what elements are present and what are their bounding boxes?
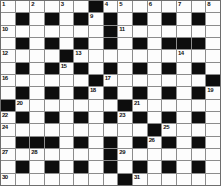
clue-number-18: 18	[90, 87, 96, 94]
black-cell-r9c1	[1, 100, 15, 111]
black-cell-r7c7	[89, 75, 103, 86]
clue-number-19: 19	[207, 87, 213, 94]
white-cell-r14c3[interactable]	[30, 161, 44, 172]
white-cell-r1c11[interactable]: 6	[148, 1, 162, 12]
white-cell-r9c6[interactable]	[74, 100, 88, 111]
black-cell-r4c6	[74, 38, 88, 49]
black-cell-r10c10	[133, 112, 147, 123]
white-cell-r11c13[interactable]	[177, 124, 191, 135]
white-cell-r15c4[interactable]	[45, 174, 59, 185]
white-cell-r5c6[interactable]: 13	[74, 50, 88, 61]
white-cell-r1c5[interactable]: 3	[60, 1, 74, 12]
white-cell-r4c7[interactable]	[89, 38, 103, 49]
white-cell-r8c5[interactable]	[60, 87, 74, 98]
black-cell-r4c14	[192, 38, 206, 49]
black-cell-r3c8	[104, 26, 118, 37]
white-cell-r7c4[interactable]	[45, 75, 59, 86]
white-cell-r7c10[interactable]	[133, 75, 147, 86]
black-cell-r12c4	[45, 137, 59, 148]
clue-number-21: 21	[134, 100, 140, 107]
white-cell-r13c10[interactable]	[133, 149, 147, 160]
black-cell-r12c14	[192, 137, 206, 148]
white-cell-r3c1[interactable]: 10	[1, 26, 15, 37]
white-cell-r3c6[interactable]	[74, 26, 88, 37]
white-cell-r7c13[interactable]	[177, 75, 191, 86]
white-cell-r2c5[interactable]	[60, 13, 74, 24]
white-cell-r14c15[interactable]	[206, 161, 220, 172]
white-cell-r9c4[interactable]	[45, 100, 59, 111]
black-cell-r6c14	[192, 63, 206, 74]
white-cell-r5c14[interactable]	[192, 50, 206, 61]
clue-number-6: 6	[149, 1, 152, 8]
clue-number-5: 5	[119, 1, 122, 8]
white-cell-r2c15[interactable]	[206, 13, 220, 24]
clue-number-14: 14	[178, 50, 184, 57]
white-cell-r8c13[interactable]	[177, 87, 191, 98]
black-cell-r8c8	[104, 87, 118, 98]
black-cell-r12c8	[104, 137, 118, 148]
white-cell-r2c3[interactable]	[30, 13, 44, 24]
white-cell-r13c6[interactable]	[74, 149, 88, 160]
white-cell-r7c5[interactable]	[60, 75, 74, 86]
black-cell-r4c13	[177, 38, 191, 49]
white-cell-r6c7[interactable]	[89, 63, 103, 74]
white-cell-r10c15[interactable]	[206, 112, 220, 123]
black-cell-r6c12	[162, 63, 176, 74]
black-cell-r14c8	[104, 161, 118, 172]
black-cell-r13c8	[104, 149, 118, 160]
white-cell-r13c5[interactable]	[60, 149, 74, 160]
white-cell-r1c15[interactable]: 8	[206, 1, 220, 12]
clue-number-23: 23	[119, 112, 125, 119]
white-cell-r3c14[interactable]	[192, 26, 206, 37]
white-cell-r7c9[interactable]	[118, 75, 132, 86]
white-cell-r2c9[interactable]	[118, 13, 132, 24]
black-cell-r2c12	[162, 13, 176, 24]
black-cell-r6c6	[74, 63, 88, 74]
white-cell-r11c10[interactable]	[133, 124, 147, 135]
black-cell-r12c3	[30, 137, 44, 148]
white-cell-r1c9[interactable]: 5	[118, 1, 132, 12]
black-cell-r10c12	[162, 112, 176, 123]
black-cell-r8c6	[74, 87, 88, 98]
white-cell-r8c9[interactable]	[118, 87, 132, 98]
white-cell-r12c13[interactable]	[177, 137, 191, 148]
white-cell-r12c9[interactable]	[118, 137, 132, 148]
black-cell-r4c8	[104, 38, 118, 49]
clue-number-29: 29	[119, 149, 125, 156]
clue-number-8: 8	[207, 1, 210, 8]
white-cell-r11c12[interactable]: 25	[162, 124, 176, 135]
white-cell-r6c9[interactable]	[118, 63, 132, 74]
white-cell-r9c15[interactable]	[206, 100, 220, 111]
white-cell-r9c5[interactable]	[60, 100, 74, 111]
white-cell-r13c2[interactable]	[16, 149, 30, 160]
crossword-page: 1234567891011121314151617181920212223242…	[0, 0, 221, 186]
white-cell-r5c11[interactable]	[148, 50, 162, 61]
white-cell-r12c5[interactable]	[60, 137, 74, 148]
clue-number-10: 10	[2, 26, 8, 33]
clue-number-13: 13	[75, 50, 81, 57]
white-cell-r5c8[interactable]	[104, 50, 118, 61]
black-cell-r6c2	[16, 63, 30, 74]
clue-number-22: 22	[2, 112, 8, 119]
white-cell-r15c6[interactable]	[74, 174, 88, 185]
white-cell-r12c1[interactable]	[1, 137, 15, 148]
white-cell-r11c5[interactable]	[60, 124, 74, 135]
black-cell-r12c12	[162, 137, 176, 148]
black-cell-r1c7	[89, 1, 103, 12]
white-cell-r15c11[interactable]	[148, 174, 162, 185]
white-cell-r14c5[interactable]	[60, 161, 74, 172]
white-cell-r6c3[interactable]	[30, 63, 44, 74]
white-cell-r7c8[interactable]: 17	[104, 75, 118, 86]
white-cell-r11c15[interactable]	[206, 124, 220, 135]
black-cell-r8c14	[192, 87, 206, 98]
white-cell-r3c4[interactable]	[45, 26, 59, 37]
black-cell-r6c10	[133, 63, 147, 74]
white-cell-r7c11[interactable]	[148, 75, 162, 86]
black-cell-r2c10	[133, 13, 147, 24]
white-cell-r11c8[interactable]	[104, 124, 118, 135]
white-cell-r3c5[interactable]	[60, 26, 74, 37]
white-cell-r3c2[interactable]	[16, 26, 30, 37]
white-cell-r10c5[interactable]	[60, 112, 74, 123]
clue-number-20: 20	[17, 100, 23, 107]
white-cell-r9c13[interactable]	[177, 100, 191, 111]
white-cell-r10c3[interactable]	[30, 112, 44, 123]
black-cell-r12c6	[74, 137, 88, 148]
white-cell-r2c13[interactable]	[177, 13, 191, 24]
white-cell-r8c15[interactable]: 19	[206, 87, 220, 98]
clue-number-26: 26	[149, 137, 155, 144]
black-cell-r10c6	[74, 112, 88, 123]
clue-number-27: 27	[2, 149, 8, 156]
white-cell-r13c12[interactable]	[162, 149, 176, 160]
white-cell-r1c1[interactable]: 1	[1, 1, 15, 12]
white-cell-r15c2[interactable]	[16, 174, 30, 185]
white-cell-r12c11[interactable]: 26	[148, 137, 162, 148]
black-cell-r14c2	[16, 161, 30, 172]
white-cell-r2c1[interactable]	[1, 13, 15, 24]
clue-number-25: 25	[163, 124, 169, 131]
white-cell-r5c1[interactable]: 12	[1, 50, 15, 61]
white-cell-r4c3[interactable]	[30, 38, 44, 49]
white-cell-r15c13[interactable]	[177, 174, 191, 185]
white-cell-r15c5[interactable]	[60, 174, 74, 185]
black-cell-r2c2	[16, 13, 30, 24]
white-cell-r1c8[interactable]: 4	[104, 1, 118, 12]
white-cell-r6c5[interactable]: 15	[60, 63, 74, 74]
white-cell-r9c7[interactable]	[89, 100, 103, 111]
black-cell-r15c9	[118, 174, 132, 185]
white-cell-r13c3[interactable]: 28	[30, 149, 44, 160]
white-cell-r6c13[interactable]	[177, 63, 191, 74]
black-cell-r11c11	[148, 124, 162, 135]
white-cell-r13c15[interactable]	[206, 149, 220, 160]
white-cell-r5c15[interactable]	[206, 50, 220, 61]
black-cell-r7c15	[206, 75, 220, 86]
white-cell-r15c7[interactable]	[89, 174, 103, 185]
black-cell-r4c2	[16, 38, 30, 49]
white-cell-r9c2[interactable]: 20	[16, 100, 30, 111]
white-cell-r15c1[interactable]: 30	[1, 174, 15, 185]
white-cell-r3c7[interactable]	[89, 26, 103, 37]
white-cell-r14c11[interactable]	[148, 161, 162, 172]
black-cell-r14c12	[162, 161, 176, 172]
black-cell-r10c4	[45, 112, 59, 123]
white-cell-r13c1[interactable]: 27	[1, 149, 15, 160]
white-cell-r12c15[interactable]	[206, 137, 220, 148]
white-cell-r11c2[interactable]	[16, 124, 30, 135]
white-cell-r4c5[interactable]	[60, 38, 74, 49]
clue-number-15: 15	[61, 63, 67, 70]
clue-number-12: 12	[2, 50, 8, 57]
white-cell-r3c11[interactable]	[148, 26, 162, 37]
white-cell-r9c14[interactable]	[192, 100, 206, 111]
white-cell-r15c10[interactable]: 31	[133, 174, 147, 185]
white-cell-r4c15[interactable]	[206, 38, 220, 49]
white-cell-r10c9[interactable]: 23	[118, 112, 132, 123]
white-cell-r11c1[interactable]: 24	[1, 124, 15, 135]
white-cell-r1c4[interactable]	[45, 1, 59, 12]
white-cell-r11c6[interactable]	[74, 124, 88, 135]
white-cell-r6c11[interactable]	[148, 63, 162, 74]
clue-number-4: 4	[105, 1, 108, 8]
white-cell-r14c1[interactable]	[1, 161, 15, 172]
white-cell-r15c8[interactable]	[104, 174, 118, 185]
white-cell-r5c4[interactable]	[45, 50, 59, 61]
white-cell-r13c7[interactable]	[89, 149, 103, 160]
black-cell-r14c10	[133, 161, 147, 172]
clue-number-1: 1	[2, 1, 5, 8]
white-cell-r1c14[interactable]	[192, 1, 206, 12]
clue-number-24: 24	[2, 124, 8, 131]
clue-number-11: 11	[119, 26, 124, 33]
white-cell-r13c13[interactable]	[177, 149, 191, 160]
black-cell-r4c10	[133, 38, 147, 49]
white-cell-r5c12[interactable]	[162, 50, 176, 61]
white-cell-r13c11[interactable]	[148, 149, 162, 160]
black-cell-r14c4	[45, 161, 59, 172]
white-cell-r3c3[interactable]	[30, 26, 44, 37]
white-cell-r7c2[interactable]	[16, 75, 30, 86]
white-cell-r8c1[interactable]	[1, 87, 15, 98]
white-cell-r7c6[interactable]	[74, 75, 88, 86]
black-cell-r10c2	[16, 112, 30, 123]
black-cell-r4c4	[45, 38, 59, 49]
white-cell-r11c9[interactable]	[118, 124, 132, 135]
black-cell-r8c4	[45, 87, 59, 98]
white-cell-r10c11[interactable]	[148, 112, 162, 123]
white-cell-r9c12[interactable]	[162, 100, 176, 111]
clue-number-17: 17	[105, 75, 111, 82]
clue-number-28: 28	[31, 149, 37, 156]
white-cell-r7c3[interactable]	[30, 75, 44, 86]
black-cell-r10c8	[104, 112, 118, 123]
white-cell-r3c13[interactable]	[177, 26, 191, 37]
black-cell-r4c12	[162, 38, 176, 49]
white-cell-r9c11[interactable]	[148, 100, 162, 111]
white-cell-r3c15[interactable]	[206, 26, 220, 37]
white-cell-r2c7[interactable]: 9	[89, 13, 103, 24]
white-cell-r14c7[interactable]	[89, 161, 103, 172]
white-cell-r6c15[interactable]	[206, 63, 220, 74]
black-cell-r8c2	[16, 87, 30, 98]
black-cell-r9c9	[118, 100, 132, 111]
white-cell-r1c6[interactable]	[74, 1, 88, 12]
white-cell-r13c14[interactable]	[192, 149, 206, 160]
white-cell-r5c2[interactable]	[16, 50, 30, 61]
white-cell-r5c10[interactable]	[133, 50, 147, 61]
white-cell-r5c3[interactable]	[30, 50, 44, 61]
white-cell-r6c1[interactable]	[1, 63, 15, 74]
crossword-grid: 1234567891011121314151617181920212223242…	[0, 0, 221, 186]
white-cell-r15c12[interactable]	[162, 174, 176, 185]
white-cell-r13c4[interactable]	[45, 149, 59, 160]
clue-number-9: 9	[90, 13, 93, 20]
white-cell-r13c9[interactable]: 29	[118, 149, 132, 160]
white-cell-r11c3[interactable]	[30, 124, 44, 135]
black-cell-r8c10	[133, 87, 147, 98]
black-cell-r5c5	[60, 50, 74, 61]
white-cell-r15c14[interactable]	[192, 174, 206, 185]
white-cell-r12c7[interactable]	[89, 137, 103, 148]
white-cell-r7c12[interactable]	[162, 75, 176, 86]
black-cell-r14c6	[74, 161, 88, 172]
white-cell-r4c11[interactable]	[148, 38, 162, 49]
white-cell-r1c12[interactable]	[162, 1, 176, 12]
white-cell-r9c3[interactable]	[30, 100, 44, 111]
black-cell-r6c8	[104, 63, 118, 74]
white-cell-r11c7[interactable]	[89, 124, 103, 135]
white-cell-r2c11[interactable]	[148, 13, 162, 24]
white-cell-r1c3[interactable]: 2	[30, 1, 44, 12]
white-cell-r3c9[interactable]: 11	[118, 26, 132, 37]
white-cell-r5c9[interactable]	[118, 50, 132, 61]
white-cell-r1c13[interactable]: 7	[177, 1, 191, 12]
black-cell-r14c14	[192, 161, 206, 172]
white-cell-r1c10[interactable]	[133, 1, 147, 12]
black-cell-r2c4	[45, 13, 59, 24]
white-cell-r8c3[interactable]	[30, 87, 44, 98]
white-cell-r7c14[interactable]	[192, 75, 206, 86]
white-cell-r11c14[interactable]	[192, 124, 206, 135]
white-cell-r15c3[interactable]	[30, 174, 44, 185]
clue-number-16: 16	[2, 75, 8, 82]
clue-number-7: 7	[178, 1, 181, 8]
black-cell-r6c4	[45, 63, 59, 74]
white-cell-r8c11[interactable]	[148, 87, 162, 98]
white-cell-r4c9[interactable]	[118, 38, 132, 49]
clue-number-2: 2	[31, 1, 34, 8]
white-cell-r3c12[interactable]	[162, 26, 176, 37]
black-cell-r2c8	[104, 13, 118, 24]
white-cell-r9c8[interactable]	[104, 100, 118, 111]
black-cell-r12c2	[16, 137, 30, 148]
white-cell-r10c1[interactable]: 22	[1, 112, 15, 123]
white-cell-r10c7[interactable]	[89, 112, 103, 123]
white-cell-r15c15[interactable]	[206, 174, 220, 185]
white-cell-r3c10[interactable]	[133, 26, 147, 37]
black-cell-r10c14	[192, 112, 206, 123]
black-cell-r8c12	[162, 87, 176, 98]
white-cell-r11c4[interactable]	[45, 124, 59, 135]
white-cell-r8c7[interactable]: 18	[89, 87, 103, 98]
clue-number-30: 30	[2, 174, 8, 181]
white-cell-r14c13[interactable]	[177, 161, 191, 172]
clue-number-31: 31	[134, 174, 140, 181]
white-cell-r10c13[interactable]	[177, 112, 191, 123]
black-cell-r12c10	[133, 137, 147, 148]
black-cell-r2c6	[74, 13, 88, 24]
white-cell-r9c10[interactable]: 21	[133, 100, 147, 111]
white-cell-r5c13[interactable]: 14	[177, 50, 191, 61]
white-cell-r14c9[interactable]	[118, 161, 132, 172]
clue-number-3: 3	[61, 1, 64, 8]
white-cell-r7c1[interactable]: 16	[1, 75, 15, 86]
black-cell-r2c14	[192, 13, 206, 24]
white-cell-r5c7[interactable]	[89, 50, 103, 61]
white-cell-r4c1[interactable]	[1, 38, 15, 49]
white-cell-r1c2[interactable]	[16, 1, 30, 12]
